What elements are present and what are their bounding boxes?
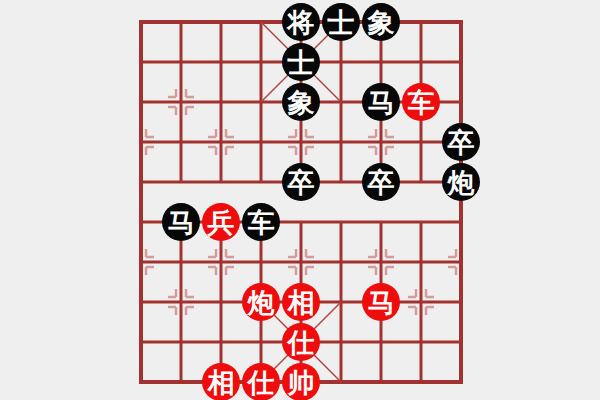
board-intersections-grid: 将士象士象马车卒卒卒炮马兵车炮相马仕相仕帅: [121, 2, 481, 400]
piece-black-advisor[interactable]: 士: [322, 3, 360, 41]
piece-black-advisor[interactable]: 士: [282, 43, 320, 81]
piece-red-horse[interactable]: 马: [362, 283, 400, 321]
piece-black-general[interactable]: 将: [282, 3, 320, 41]
piece-black-chariot[interactable]: 车: [242, 203, 280, 241]
piece-red-advisor[interactable]: 仕: [282, 323, 320, 361]
piece-black-horse[interactable]: 马: [362, 83, 400, 121]
xiangqi-board: 将士象士象马车卒卒卒炮马兵车炮相马仕相仕帅: [0, 0, 600, 400]
piece-black-elephant[interactable]: 象: [282, 83, 320, 121]
piece-black-elephant[interactable]: 象: [362, 3, 400, 41]
piece-red-cannon[interactable]: 炮: [242, 283, 280, 321]
piece-red-elephant[interactable]: 相: [282, 283, 320, 321]
piece-red-advisor[interactable]: 仕: [242, 363, 280, 400]
piece-black-soldier[interactable]: 卒: [442, 123, 480, 161]
piece-black-horse[interactable]: 马: [162, 203, 200, 241]
piece-red-chariot[interactable]: 车: [402, 83, 440, 121]
piece-black-soldier[interactable]: 卒: [282, 163, 320, 201]
piece-red-general[interactable]: 帅: [282, 363, 320, 400]
piece-black-soldier[interactable]: 卒: [362, 163, 400, 201]
piece-red-elephant[interactable]: 相: [202, 363, 240, 400]
piece-black-cannon[interactable]: 炮: [442, 163, 480, 201]
piece-red-soldier[interactable]: 兵: [202, 203, 240, 241]
